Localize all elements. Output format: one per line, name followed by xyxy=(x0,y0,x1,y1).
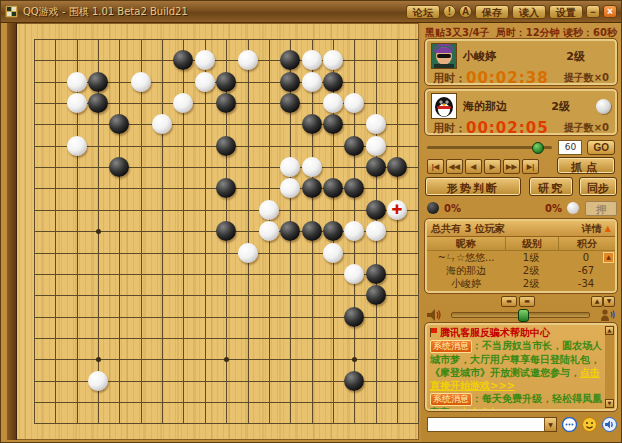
volume-slider-knob[interactable] xyxy=(518,309,529,322)
black-stone[interactable] xyxy=(109,157,129,177)
black-stone[interactable] xyxy=(302,114,322,134)
back-button[interactable]: ◀ xyxy=(465,159,482,174)
spectator-list: ~ㄣ☆悠悠...1级0 海的那边2级-67 小峻婷2级-34 ▲ xyxy=(427,251,615,293)
black-stone[interactable] xyxy=(216,221,236,241)
mark-point-button[interactable]: 抓点 xyxy=(557,157,615,174)
spectators-panel: 总共有 3 位玩家 详情 ▲ 昵称 级别 积分 ~ㄣ☆悠悠...1级0 海的那边… xyxy=(425,219,617,293)
last-move-button[interactable]: ▶| xyxy=(522,159,539,174)
splitter-collapse-icon[interactable]: ▬ xyxy=(501,296,517,307)
title-bar: QQ游戏 - 围棋 1.01 Beta2 Build21 论坛 ! A 保存 读… xyxy=(1,1,621,23)
chat-panel: 腾讯客服反骗术帮助中心 系统消息：不当房奴当市长，圆农场人城市梦，大厅用户尊享每… xyxy=(425,323,617,411)
star-point xyxy=(96,357,101,362)
black-stone[interactable] xyxy=(366,285,386,305)
tools-row: 形势判断 研究 同步 xyxy=(425,177,617,197)
star-point xyxy=(224,357,229,362)
white-stone[interactable] xyxy=(67,93,87,113)
help-icon[interactable]: ! xyxy=(443,5,456,18)
white-stone[interactable] xyxy=(259,221,279,241)
detail-link[interactable]: 详情 xyxy=(582,222,602,236)
grid-line xyxy=(34,338,418,339)
scroll-up-icon[interactable]: ▲ xyxy=(605,326,614,335)
black-stone[interactable] xyxy=(280,50,300,70)
black-stone[interactable] xyxy=(366,264,386,284)
chat-message: 系统消息：每天免费升级，轻松得凤凰宝宝！点击参与>>> xyxy=(430,392,604,411)
black-stone[interactable] xyxy=(109,114,129,134)
black-stone[interactable] xyxy=(366,200,386,220)
white-stone[interactable] xyxy=(67,72,87,92)
black-stone[interactable] xyxy=(88,93,108,113)
white-stone[interactable] xyxy=(344,93,364,113)
black-stone[interactable] xyxy=(302,178,322,198)
white-player-panel: 海的那边 2级 用时： 00:02:05 提子数×0 xyxy=(425,89,617,135)
white-time-label: 用时： xyxy=(433,121,466,136)
black-stone[interactable] xyxy=(216,72,236,92)
col-score: 积分 xyxy=(559,237,615,250)
system-badge: 系统消息 xyxy=(430,340,472,353)
black-stone[interactable] xyxy=(216,178,236,198)
black-captures: 提子数×0 xyxy=(564,71,609,85)
white-stone[interactable] xyxy=(366,114,386,134)
first-move-button[interactable]: |◀ xyxy=(427,159,444,174)
white-stone-icon xyxy=(596,99,611,114)
col-rank: 级别 xyxy=(506,237,559,250)
black-player-name: 小峻婷 xyxy=(463,49,566,64)
grid-line xyxy=(34,402,418,403)
grid-line xyxy=(34,423,418,424)
white-stone[interactable] xyxy=(302,50,322,70)
chat-notice: 腾讯客服反骗术帮助中心 xyxy=(430,326,604,339)
white-stone[interactable] xyxy=(131,72,151,92)
territory-judge-button[interactable]: 形势判断 xyxy=(425,177,521,196)
white-player-name: 海的那边 xyxy=(463,99,551,114)
black-player-panel: 小峻婷 2级 用时： 00:02:38 提子数×0 xyxy=(425,39,617,85)
white-stone[interactable] xyxy=(173,93,193,113)
black-stone[interactable] xyxy=(280,93,300,113)
font-icon[interactable]: A xyxy=(459,5,472,18)
white-stone[interactable] xyxy=(323,50,343,70)
spectator-table-header: 昵称 级别 积分 xyxy=(427,237,615,251)
black-stone[interactable] xyxy=(366,157,386,177)
white-stone[interactable] xyxy=(302,72,322,92)
sidebar: 黑贴3又3/4子 局时：12分钟 读秒：60秒 小峻婷 2级 用时： 00:02… xyxy=(421,23,621,442)
app-window: QQ游戏 - 围棋 1.01 Beta2 Build21 论坛 ! A 保存 读… xyxy=(0,0,622,443)
app-icon xyxy=(5,5,18,18)
forward-button[interactable]: ▶ xyxy=(484,159,501,174)
white-stone[interactable] xyxy=(302,157,322,177)
byoyomi-slider-knob[interactable] xyxy=(532,142,544,154)
black-bet-percent: 0% xyxy=(444,203,545,214)
close-button[interactable]: × xyxy=(603,5,617,18)
black-stone[interactable] xyxy=(280,72,300,92)
black-stone[interactable] xyxy=(88,72,108,92)
forum-button[interactable]: 论坛 xyxy=(406,5,440,19)
spectator-row[interactable]: 小峻婷2级-34 xyxy=(427,277,615,290)
black-bet-stone-icon xyxy=(427,202,439,214)
flag-icon xyxy=(430,328,438,337)
komi-label: 黑贴3又3/4子 xyxy=(425,26,490,38)
board-cursor-crosshair: ✚ xyxy=(390,203,404,217)
spectator-row[interactable]: ~ㄣ☆悠悠...1级0 xyxy=(427,251,615,264)
byoyomi-slider[interactable] xyxy=(427,146,552,149)
chat-scrollbar[interactable]: ▲ ▼ xyxy=(605,326,614,408)
black-stone[interactable] xyxy=(173,50,193,70)
white-player-avatar xyxy=(431,93,457,119)
emoticon-icon[interactable] xyxy=(582,417,597,432)
black-stone[interactable] xyxy=(280,221,300,241)
byoyomi-seconds-field[interactable]: 60 xyxy=(558,140,582,155)
voice-chat-icon[interactable] xyxy=(600,308,615,321)
chat-message: 系统消息：不当房奴当市长，圆农场人城市梦，大厅用户尊享每日登陆礼包，《摩登城市》… xyxy=(430,339,604,392)
chat-input[interactable] xyxy=(427,417,545,432)
grid-line xyxy=(397,39,398,424)
grid-line xyxy=(248,39,249,424)
scroll-down-icon[interactable]: ▼ xyxy=(605,399,614,408)
black-time-value: 00:02:38 xyxy=(466,69,564,87)
settings-button[interactable]: 设置 xyxy=(549,5,583,19)
white-stone[interactable] xyxy=(344,221,364,241)
white-stone[interactable] xyxy=(88,371,108,391)
black-stone[interactable] xyxy=(344,136,364,156)
white-stone[interactable] xyxy=(344,264,364,284)
back10-button[interactable]: ◀◀ xyxy=(446,159,463,174)
white-stone[interactable] xyxy=(67,136,87,156)
black-stone[interactable] xyxy=(344,178,364,198)
white-stone[interactable] xyxy=(323,93,343,113)
white-bet-stone-icon xyxy=(567,202,579,214)
grid-line xyxy=(418,39,419,424)
white-stone[interactable] xyxy=(323,243,343,263)
white-bet-percent: 0% xyxy=(545,203,562,214)
white-captures: 提子数×0 xyxy=(564,121,609,135)
white-time-value: 00:02:05 xyxy=(466,119,564,137)
chat-input-row: ▼ xyxy=(427,415,617,433)
white-stone[interactable] xyxy=(366,136,386,156)
black-time-label: 用时： xyxy=(433,71,466,86)
go-button[interactable]: GO xyxy=(587,140,615,155)
bet-row: 0% 0% 押分 xyxy=(427,200,617,216)
bet-button[interactable]: 押分 xyxy=(585,201,617,216)
system-badge: 系统消息 xyxy=(430,393,472,406)
chat-messages: 腾讯客服反骗术帮助中心 系统消息：不当房奴当市长，圆农场人城市梦，大厅用户尊享每… xyxy=(430,326,604,408)
sync-button[interactable]: 同步 xyxy=(579,177,617,196)
goban-grid[interactable]: ✚ xyxy=(7,23,419,440)
white-stone[interactable] xyxy=(152,114,172,134)
collapse-triangle-icon[interactable]: ▲ xyxy=(605,224,611,233)
input-history-dropdown-icon[interactable]: ▼ xyxy=(545,417,557,432)
white-stone[interactable] xyxy=(366,221,386,241)
col-nickname: 昵称 xyxy=(427,237,506,250)
black-stone[interactable] xyxy=(323,178,343,198)
spectator-row[interactable]: 海的那边2级-67 xyxy=(427,264,615,277)
window-title: QQ游戏 - 围棋 1.01 Beta2 Build21 xyxy=(23,5,188,19)
minimize-button[interactable]: － xyxy=(586,5,600,18)
chat-bubble-icon[interactable] xyxy=(562,417,577,432)
splitter-expand-icon[interactable]: ▬ xyxy=(519,296,535,307)
list-scroll-up-icon[interactable]: ▲ xyxy=(603,252,614,263)
match-info-bar: 黑贴3又3/4子 局时：12分钟 读秒：60秒 xyxy=(425,26,617,38)
white-stone[interactable] xyxy=(195,50,215,70)
black-stone[interactable] xyxy=(323,114,343,134)
load-button[interactable]: 读入 xyxy=(512,5,546,19)
white-stone[interactable] xyxy=(238,50,258,70)
black-stone[interactable] xyxy=(323,72,343,92)
black-stone[interactable] xyxy=(302,221,322,241)
forward10-button[interactable]: ▶▶ xyxy=(503,159,520,174)
white-stone[interactable] xyxy=(280,157,300,177)
white-stone[interactable] xyxy=(195,72,215,92)
volume-slider[interactable] xyxy=(451,312,590,318)
study-button[interactable]: 研究 xyxy=(529,177,573,196)
splitter-up-icon[interactable]: ▲ xyxy=(591,296,603,307)
black-stone[interactable] xyxy=(344,307,364,327)
white-stone[interactable] xyxy=(259,200,279,220)
white-player-rank: 2级 xyxy=(551,99,570,114)
go-board[interactable]: ✚ xyxy=(7,23,419,440)
white-stone[interactable] xyxy=(280,178,300,198)
star-point xyxy=(352,357,357,362)
spectators-count: 总共有 3 位玩家 xyxy=(431,222,505,236)
white-stone[interactable] xyxy=(238,243,258,263)
save-button[interactable]: 保存 xyxy=(475,5,509,19)
splitter-down-icon[interactable]: ▼ xyxy=(603,296,615,307)
black-stone[interactable] xyxy=(323,221,343,241)
sound-icon[interactable] xyxy=(602,417,617,432)
byoyomi-row: 60 GO xyxy=(427,139,615,155)
panel-splitter: ▬ ▬ ▲ ▼ xyxy=(425,295,617,306)
star-point xyxy=(96,229,101,234)
black-stone[interactable] xyxy=(216,136,236,156)
black-stone[interactable] xyxy=(344,371,364,391)
chat-link[interactable]: 点击参与>>> xyxy=(460,407,525,411)
black-stone[interactable] xyxy=(216,93,236,113)
grid-line xyxy=(34,253,418,254)
volume-row xyxy=(427,307,615,322)
black-player-avatar xyxy=(431,43,457,69)
black-stone[interactable] xyxy=(387,157,407,177)
black-player-rank: 2级 xyxy=(566,49,585,64)
speaker-icon[interactable] xyxy=(427,309,441,321)
grid-line xyxy=(34,295,418,296)
nav-row: |◀ ◀◀ ◀ ▶ ▶▶ ▶| 抓点 xyxy=(427,157,541,175)
time-rule-label: 局时：12分钟 读秒：60秒 xyxy=(496,26,617,38)
